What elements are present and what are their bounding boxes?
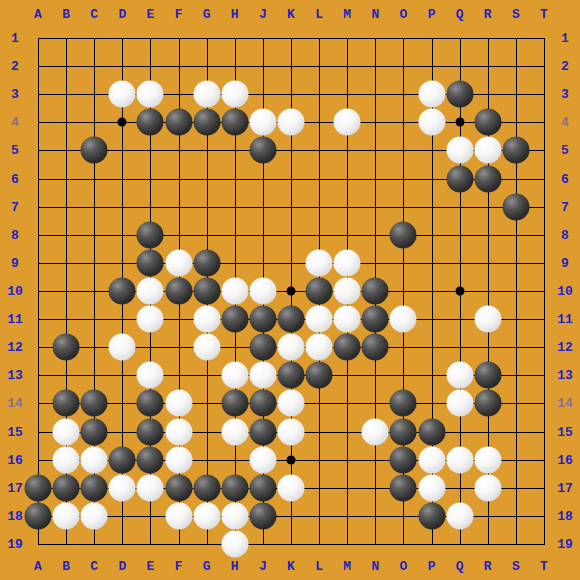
column-label-top: Q: [456, 8, 464, 21]
black-stone: [390, 221, 417, 248]
black-stone: [193, 278, 220, 305]
black-stone: [362, 306, 389, 333]
white-stone: [418, 446, 445, 473]
white-stone: [418, 81, 445, 108]
star-point: [287, 287, 296, 296]
black-stone: [25, 502, 52, 529]
black-stone: [81, 474, 108, 501]
black-stone: [221, 474, 248, 501]
white-stone: [278, 109, 305, 136]
black-stone: [53, 474, 80, 501]
column-label-top: D: [118, 8, 126, 21]
row-label-left: 5: [11, 144, 19, 157]
white-stone: [249, 278, 276, 305]
row-label-right: 2: [561, 60, 569, 73]
white-stone: [418, 474, 445, 501]
row-label-left: 4: [11, 116, 19, 129]
black-stone: [502, 193, 529, 220]
row-label-left: 14: [7, 397, 23, 410]
go-board[interactable]: AABBCCDDEEFFGGHHJJKKLLMMNNOOPPQQRRSSTT11…: [0, 0, 580, 580]
black-stone: [165, 278, 192, 305]
grid-line: [38, 544, 545, 545]
column-label-bottom: L: [315, 560, 323, 573]
white-stone: [193, 81, 220, 108]
black-stone: [249, 334, 276, 361]
column-label-bottom: P: [428, 560, 436, 573]
column-label-top: C: [90, 8, 98, 21]
black-stone: [25, 474, 52, 501]
row-label-left: 10: [7, 285, 23, 298]
black-stone: [390, 390, 417, 417]
row-label-right: 11: [557, 313, 573, 326]
column-label-top: J: [259, 8, 267, 21]
black-stone: [249, 502, 276, 529]
black-stone: [249, 390, 276, 417]
black-stone: [165, 109, 192, 136]
black-stone: [137, 221, 164, 248]
white-stone: [193, 334, 220, 361]
white-stone: [306, 334, 333, 361]
row-label-right: 16: [557, 453, 573, 466]
column-label-bottom: Q: [456, 560, 464, 573]
row-label-right: 17: [557, 481, 573, 494]
black-stone: [249, 306, 276, 333]
row-label-right: 9: [561, 256, 569, 269]
column-label-bottom: R: [484, 560, 492, 573]
row-label-right: 7: [561, 200, 569, 213]
black-stone: [221, 109, 248, 136]
white-stone: [109, 81, 136, 108]
white-stone: [278, 474, 305, 501]
white-stone: [221, 531, 248, 558]
black-stone: [81, 418, 108, 445]
black-stone: [446, 165, 473, 192]
row-label-right: 19: [557, 538, 573, 551]
white-stone: [306, 249, 333, 276]
white-stone: [53, 418, 80, 445]
column-label-top: L: [315, 8, 323, 21]
row-label-left: 17: [7, 481, 23, 494]
black-stone: [53, 334, 80, 361]
black-stone: [193, 249, 220, 276]
white-stone: [137, 474, 164, 501]
black-stone: [137, 390, 164, 417]
black-stone: [306, 278, 333, 305]
black-stone: [137, 418, 164, 445]
white-stone: [165, 249, 192, 276]
black-stone: [109, 278, 136, 305]
column-label-bottom: N: [371, 560, 379, 573]
white-stone: [362, 418, 389, 445]
grid-line: [516, 38, 517, 545]
column-label-top: F: [175, 8, 183, 21]
black-stone: [249, 418, 276, 445]
column-label-bottom: F: [175, 560, 183, 573]
black-stone: [502, 137, 529, 164]
white-stone: [278, 418, 305, 445]
column-label-bottom: J: [259, 560, 267, 573]
white-stone: [474, 474, 501, 501]
row-label-right: 3: [561, 88, 569, 101]
column-label-top: P: [428, 8, 436, 21]
white-stone: [109, 334, 136, 361]
white-stone: [221, 278, 248, 305]
black-stone: [418, 418, 445, 445]
white-stone: [137, 306, 164, 333]
black-stone: [249, 137, 276, 164]
white-stone: [446, 137, 473, 164]
black-stone: [81, 137, 108, 164]
row-label-left: 9: [11, 256, 19, 269]
black-stone: [278, 362, 305, 389]
row-label-right: 5: [561, 144, 569, 157]
white-stone: [446, 502, 473, 529]
column-label-bottom: G: [203, 560, 211, 573]
white-stone: [306, 306, 333, 333]
column-label-top: B: [62, 8, 70, 21]
row-label-left: 2: [11, 60, 19, 73]
column-label-top: K: [287, 8, 295, 21]
white-stone: [193, 502, 220, 529]
white-stone: [446, 446, 473, 473]
row-label-right: 15: [557, 425, 573, 438]
white-stone: [221, 502, 248, 529]
white-stone: [249, 362, 276, 389]
black-stone: [165, 474, 192, 501]
white-stone: [137, 81, 164, 108]
row-label-left: 6: [11, 172, 19, 185]
white-stone: [334, 306, 361, 333]
white-stone: [137, 278, 164, 305]
column-label-bottom: A: [34, 560, 42, 573]
column-label-top: N: [371, 8, 379, 21]
column-label-bottom: D: [118, 560, 126, 573]
white-stone: [165, 446, 192, 473]
grid-line: [544, 38, 545, 545]
black-stone: [390, 418, 417, 445]
row-label-right: 8: [561, 228, 569, 241]
row-label-right: 14: [557, 397, 573, 410]
black-stone: [362, 334, 389, 361]
black-stone: [474, 390, 501, 417]
white-stone: [446, 362, 473, 389]
row-label-right: 10: [557, 285, 573, 298]
white-stone: [249, 446, 276, 473]
column-label-bottom: C: [90, 560, 98, 573]
row-label-left: 7: [11, 200, 19, 213]
column-label-bottom: O: [400, 560, 408, 573]
black-stone: [193, 109, 220, 136]
column-label-bottom: E: [147, 560, 155, 573]
black-stone: [137, 446, 164, 473]
black-stone: [53, 390, 80, 417]
column-label-top: G: [203, 8, 211, 21]
white-stone: [165, 418, 192, 445]
white-stone: [81, 502, 108, 529]
column-label-top: O: [400, 8, 408, 21]
black-stone: [249, 474, 276, 501]
white-stone: [53, 446, 80, 473]
white-stone: [390, 306, 417, 333]
star-point: [287, 455, 296, 464]
white-stone: [193, 306, 220, 333]
white-stone: [165, 502, 192, 529]
black-stone: [390, 446, 417, 473]
column-label-bottom: B: [62, 560, 70, 573]
black-stone: [306, 362, 333, 389]
row-label-left: 13: [7, 369, 23, 382]
star-point: [455, 287, 464, 296]
black-stone: [221, 306, 248, 333]
white-stone: [221, 418, 248, 445]
row-label-left: 3: [11, 88, 19, 101]
white-stone: [418, 109, 445, 136]
column-label-top: M: [343, 8, 351, 21]
white-stone: [278, 390, 305, 417]
black-stone: [474, 165, 501, 192]
white-stone: [474, 137, 501, 164]
row-label-left: 19: [7, 538, 23, 551]
black-stone: [278, 306, 305, 333]
white-stone: [474, 446, 501, 473]
white-stone: [446, 390, 473, 417]
column-label-top: T: [540, 8, 548, 21]
column-label-top: S: [512, 8, 520, 21]
white-stone: [81, 446, 108, 473]
row-label-left: 1: [11, 32, 19, 45]
row-label-left: 16: [7, 453, 23, 466]
white-stone: [53, 502, 80, 529]
row-label-right: 6: [561, 172, 569, 185]
column-label-bottom: K: [287, 560, 295, 573]
black-stone: [109, 446, 136, 473]
white-stone: [278, 334, 305, 361]
star-point: [455, 118, 464, 127]
white-stone: [221, 362, 248, 389]
column-label-top: H: [231, 8, 239, 21]
row-label-right: 12: [557, 341, 573, 354]
black-stone: [446, 81, 473, 108]
white-stone: [334, 109, 361, 136]
row-label-right: 1: [561, 32, 569, 45]
column-label-top: E: [147, 8, 155, 21]
black-stone: [334, 334, 361, 361]
white-stone: [165, 390, 192, 417]
white-stone: [221, 81, 248, 108]
white-stone: [137, 362, 164, 389]
row-label-left: 12: [7, 341, 23, 354]
black-stone: [137, 109, 164, 136]
column-label-bottom: H: [231, 560, 239, 573]
row-label-left: 18: [7, 509, 23, 522]
black-stone: [362, 278, 389, 305]
black-stone: [390, 474, 417, 501]
column-label-bottom: S: [512, 560, 520, 573]
white-stone: [334, 249, 361, 276]
black-stone: [193, 474, 220, 501]
row-label-left: 15: [7, 425, 23, 438]
row-label-left: 8: [11, 228, 19, 241]
black-stone: [221, 390, 248, 417]
row-label-left: 11: [7, 313, 23, 326]
star-point: [118, 118, 127, 127]
black-stone: [474, 362, 501, 389]
column-label-bottom: M: [343, 560, 351, 573]
black-stone: [81, 390, 108, 417]
black-stone: [137, 249, 164, 276]
black-stone: [418, 502, 445, 529]
white-stone: [334, 278, 361, 305]
black-stone: [474, 109, 501, 136]
row-label-right: 13: [557, 369, 573, 382]
white-stone: [474, 306, 501, 333]
white-stone: [249, 109, 276, 136]
column-label-top: A: [34, 8, 42, 21]
row-label-right: 18: [557, 509, 573, 522]
column-label-bottom: T: [540, 560, 548, 573]
column-label-top: R: [484, 8, 492, 21]
white-stone: [109, 474, 136, 501]
row-label-right: 4: [561, 116, 569, 129]
